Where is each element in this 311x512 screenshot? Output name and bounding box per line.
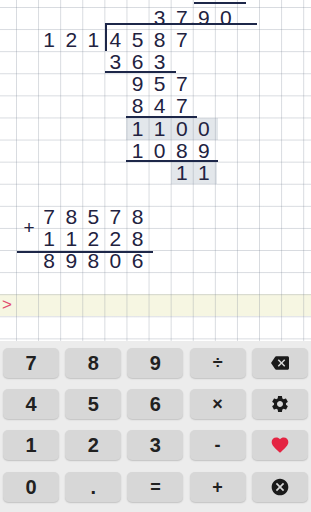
divisor: 121: [38, 29, 104, 51]
worksheet-area: > 37.90121458736395784711001089117857811…: [0, 0, 311, 341]
key-0[interactable]: 0: [3, 472, 59, 502]
division-vinculum: [105, 23, 257, 25]
underline-363: [105, 71, 176, 73]
key-5[interactable]: 5: [65, 389, 121, 419]
addition-underline: [17, 251, 153, 253]
math-layer: 37.9012145873639578471100108911785781122…: [0, 0, 311, 341]
key-plus-label: +: [212, 478, 223, 496]
dividend: 4587: [104, 29, 192, 51]
key-2[interactable]: 2: [65, 430, 121, 460]
key-6[interactable]: 6: [127, 389, 183, 419]
key-multiply-label: ×: [212, 395, 223, 413]
quotient-integer: 37: [149, 7, 193, 29]
underline-1089: [126, 160, 218, 162]
quotient-decimal: 90: [193, 7, 237, 29]
key-8-label: 8: [88, 353, 99, 373]
work-row-1089: 1089: [127, 140, 215, 162]
key-decimal[interactable]: .: [65, 472, 121, 502]
plus-sign: +: [19, 217, 39, 239]
addend-2: 11228: [38, 228, 148, 250]
key-minus[interactable]: -: [190, 430, 246, 460]
key-3-label: 3: [150, 435, 161, 455]
work-row-363: 363: [104, 51, 170, 73]
work-row-847: 847: [127, 95, 193, 117]
remainder-11: 11: [171, 162, 215, 184]
key-backspace[interactable]: [252, 348, 308, 378]
key-close[interactable]: [252, 472, 308, 502]
key-4-label: 4: [25, 394, 36, 414]
key-7-label: 7: [25, 353, 36, 373]
key-multiply[interactable]: ×: [190, 389, 246, 419]
key-5-label: 5: [88, 394, 99, 414]
repeating-overline: [194, 2, 246, 4]
division-calculator-app: > 37.90121458736395784711001089117857811…: [0, 0, 311, 512]
keypad: 789÷456×123-0.=+: [0, 341, 311, 512]
division-bracket: [105, 23, 107, 51]
key-divide-label: ÷: [213, 354, 223, 372]
key-plus[interactable]: +: [190, 472, 246, 502]
key-decimal-label: .: [90, 477, 96, 497]
key-3[interactable]: 3: [127, 430, 183, 460]
key-equals-label: =: [150, 478, 161, 496]
heart-icon: [269, 435, 291, 455]
work-row-1100: 1100: [127, 118, 215, 140]
close-icon: [270, 477, 290, 497]
work-row-957: 957: [127, 73, 193, 95]
key-7[interactable]: 7: [3, 348, 59, 378]
key-favorite[interactable]: [252, 430, 308, 460]
addend-1: 78578: [38, 206, 148, 228]
backspace-icon: [269, 354, 291, 372]
key-settings[interactable]: [252, 389, 308, 419]
sum-89806: 89806: [38, 250, 148, 272]
key-divide[interactable]: ÷: [190, 348, 246, 378]
key-9[interactable]: 9: [127, 348, 183, 378]
key-0-label: 0: [25, 477, 36, 497]
key-1-label: 1: [25, 435, 36, 455]
key-equals[interactable]: =: [127, 472, 183, 502]
key-minus-label: -: [215, 436, 221, 454]
gear-icon: [270, 394, 290, 414]
key-9-label: 9: [150, 353, 161, 373]
key-2-label: 2: [88, 435, 99, 455]
key-6-label: 6: [150, 394, 161, 414]
key-1[interactable]: 1: [3, 430, 59, 460]
key-8[interactable]: 8: [65, 348, 121, 378]
underline-847: [126, 116, 197, 118]
key-4[interactable]: 4: [3, 389, 59, 419]
